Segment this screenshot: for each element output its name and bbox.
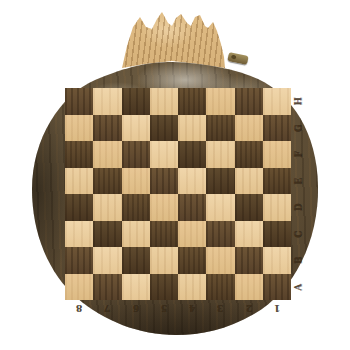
file-label-b: B (285, 253, 312, 268)
square-d7[interactable] (93, 194, 121, 221)
square-d6[interactable] (122, 194, 150, 221)
square-a5[interactable] (150, 274, 178, 301)
square-b4[interactable] (178, 247, 206, 274)
pomegranate-chess-board-photo: HGFEDCBA 87654321 (0, 0, 350, 350)
square-g8[interactable] (65, 115, 93, 142)
square-d3[interactable] (206, 194, 234, 221)
square-b5[interactable] (150, 247, 178, 274)
square-c5[interactable] (150, 221, 178, 248)
file-label-g: G (285, 120, 312, 135)
chess-board-grid (65, 88, 291, 300)
file-labels-column: HGFEDCBA (291, 88, 306, 300)
square-a8[interactable] (65, 274, 93, 301)
square-g6[interactable] (122, 115, 150, 142)
square-g2[interactable] (235, 115, 263, 142)
square-c7[interactable] (93, 221, 121, 248)
square-b8[interactable] (65, 247, 93, 274)
file-label-c: C (285, 226, 312, 241)
brass-latch-icon (227, 52, 248, 65)
rank-label-3: 3 (206, 300, 234, 314)
file-label-a: A (285, 279, 312, 294)
square-e8[interactable] (65, 168, 93, 195)
square-e2[interactable] (235, 168, 263, 195)
square-f4[interactable] (178, 141, 206, 168)
square-b2[interactable] (235, 247, 263, 274)
rank-labels-row: 87654321 (65, 300, 291, 314)
rank-label-7: 7 (93, 300, 121, 314)
square-a2[interactable] (235, 274, 263, 301)
square-b7[interactable] (93, 247, 121, 274)
square-f6[interactable] (122, 141, 150, 168)
square-d5[interactable] (150, 194, 178, 221)
square-f3[interactable] (206, 141, 234, 168)
square-e7[interactable] (93, 168, 121, 195)
square-c6[interactable] (122, 221, 150, 248)
square-a7[interactable] (93, 274, 121, 301)
square-c3[interactable] (206, 221, 234, 248)
rank-label-8: 8 (65, 300, 93, 314)
square-h4[interactable] (178, 88, 206, 115)
square-f2[interactable] (235, 141, 263, 168)
square-e3[interactable] (206, 168, 234, 195)
square-g3[interactable] (206, 115, 234, 142)
square-d2[interactable] (235, 194, 263, 221)
square-e4[interactable] (178, 168, 206, 195)
square-b3[interactable] (206, 247, 234, 274)
square-g4[interactable] (178, 115, 206, 142)
square-f8[interactable] (65, 141, 93, 168)
rank-label-6: 6 (122, 300, 150, 314)
square-b6[interactable] (122, 247, 150, 274)
square-a3[interactable] (206, 274, 234, 301)
rank-label-4: 4 (178, 300, 206, 314)
square-h8[interactable] (65, 88, 93, 115)
square-c2[interactable] (235, 221, 263, 248)
square-d4[interactable] (178, 194, 206, 221)
square-g7[interactable] (93, 115, 121, 142)
square-f7[interactable] (93, 141, 121, 168)
square-h6[interactable] (122, 88, 150, 115)
square-h3[interactable] (206, 88, 234, 115)
square-a6[interactable] (122, 274, 150, 301)
file-label-e: E (285, 173, 312, 188)
square-d8[interactable] (65, 194, 93, 221)
square-g5[interactable] (150, 115, 178, 142)
square-a4[interactable] (178, 274, 206, 301)
square-c4[interactable] (178, 221, 206, 248)
square-h2[interactable] (235, 88, 263, 115)
square-f5[interactable] (150, 141, 178, 168)
rank-label-5: 5 (150, 300, 178, 314)
file-label-d: D (285, 200, 312, 215)
file-label-f: F (285, 147, 312, 162)
rank-label-2: 2 (235, 300, 263, 314)
square-e6[interactable] (122, 168, 150, 195)
square-c8[interactable] (65, 221, 93, 248)
rank-label-1: 1 (263, 300, 291, 314)
file-label-h: H (285, 94, 312, 109)
square-h5[interactable] (150, 88, 178, 115)
square-h7[interactable] (93, 88, 121, 115)
square-e5[interactable] (150, 168, 178, 195)
